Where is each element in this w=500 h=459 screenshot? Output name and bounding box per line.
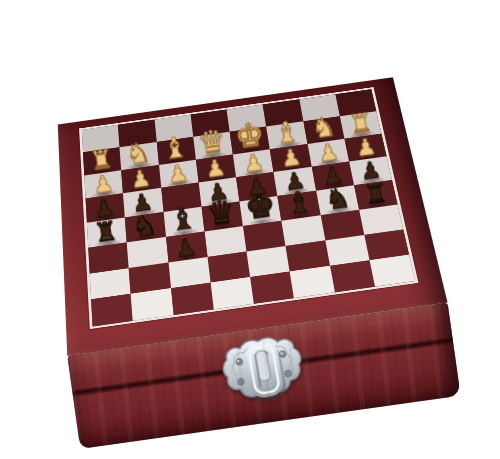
square-r7c2	[171, 283, 214, 315]
square-r7c7	[369, 255, 415, 287]
dark-knight-piece: ♞	[323, 182, 352, 214]
dark-rook-piece: ♜	[92, 217, 119, 247]
square-r4c4: ♚	[239, 196, 281, 226]
square-r6c0	[90, 268, 131, 300]
square-r4c3: ♛	[201, 201, 243, 231]
dark-king-piece: ♚	[242, 187, 277, 225]
square-r6c3	[207, 251, 250, 283]
product-photo: ♜♞♝♛♚♝♞♜♟♟♟♟♟♟♟♟♟♟♟♟♟♟♟♜♞♝♛♚♝♞♜♟	[0, 0, 500, 459]
dark-pawn-piece: ♟	[174, 234, 199, 261]
chess-board-grid: ♜♞♝♛♚♝♞♜♟♟♟♟♟♟♟♟♟♟♟♟♟♟♟♜♞♝♛♚♝♞♜♟	[82, 89, 415, 326]
chess-box: ♜♞♝♛♚♝♞♜♟♟♟♟♟♟♟♟♟♟♟♟♟♟♟♜♞♝♛♚♝♞♜♟	[0, 0, 479, 455]
square-r6c1	[129, 262, 171, 294]
square-r7c3	[210, 277, 253, 309]
chess-board: ♜♞♝♛♚♝♞♜♟♟♟♟♟♟♟♟♟♟♟♟♟♟♟♜♞♝♛♚♝♞♜♟	[79, 87, 418, 329]
dark-bishop-piece: ♝	[168, 203, 198, 236]
square-r7c0	[91, 294, 133, 327]
square-r7c1	[131, 288, 173, 320]
latch-clasp-icon	[215, 330, 311, 410]
dark-queen-piece: ♛	[205, 195, 238, 231]
dark-knight-piece: ♞	[130, 210, 159, 242]
square-r4c5: ♝	[278, 191, 321, 221]
square-r6c6	[325, 235, 369, 266]
square-r6c5	[286, 240, 330, 271]
square-r7c6	[330, 260, 375, 292]
square-r7c5	[290, 266, 335, 298]
dark-bishop-piece: ♝	[284, 187, 314, 220]
light-pawn-piece: ♟	[166, 161, 190, 187]
square-r7c4	[250, 272, 294, 304]
square-r6c7	[364, 229, 409, 260]
dark-rook-piece: ♜	[363, 179, 390, 209]
